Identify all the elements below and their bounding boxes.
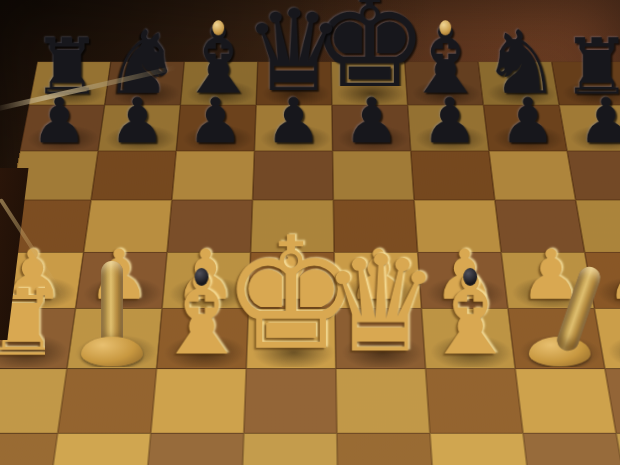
square-d1 <box>241 433 338 465</box>
square-g2 <box>515 369 616 434</box>
piece-white-queen-e3: ♛ <box>309 244 452 367</box>
square-f2 <box>426 369 523 434</box>
replacement-dowel-shaft <box>554 264 603 354</box>
square-g6 <box>489 151 576 200</box>
square-c6 <box>172 151 255 200</box>
square-d2 <box>244 369 337 434</box>
square-b2 <box>58 369 157 434</box>
piece-black-pawn-h7: ♟ <box>543 92 620 149</box>
square-c3: ♝ <box>157 308 249 368</box>
bishop-finial <box>212 20 224 35</box>
piece-white-bishop-c3: ♝ <box>130 266 273 367</box>
square-f6 <box>411 151 495 200</box>
square-c1 <box>144 433 243 465</box>
square-e2 <box>336 369 430 434</box>
bishop-finial <box>463 268 477 286</box>
replacement-dowel-shaft <box>101 261 123 349</box>
bishop-finial <box>439 20 451 35</box>
pawn-glyph: ♟ <box>578 92 620 149</box>
bishop-finial <box>195 268 209 286</box>
square-c2 <box>151 369 247 434</box>
square-d6 <box>253 151 334 200</box>
square-g1 <box>523 433 620 465</box>
square-b1 <box>48 433 151 465</box>
chess-board: ♜♞♝♛♚♝♞♜♟♟♟♟♟♟♟♟♟♟♟♟♟♟♟♟♜♝♚♛♝♜ <box>0 62 620 465</box>
square-b6 <box>91 151 176 200</box>
square-h7: ♟ <box>559 105 620 151</box>
square-h6 <box>567 151 620 200</box>
square-e1 <box>337 433 435 465</box>
square-f1 <box>430 433 532 465</box>
square-a1 <box>0 433 58 465</box>
square-e3: ♛ <box>335 308 426 368</box>
square-e6 <box>333 151 415 200</box>
square-a2 <box>0 369 67 434</box>
chess-photo-scene: ♜♞♝♛♚♝♞♜♟♟♟♟♟♟♟♟♟♟♟♟♟♟♟♟♜♝♚♛♝♜ <box>0 0 620 465</box>
queen-glyph: ♛ <box>321 244 441 367</box>
